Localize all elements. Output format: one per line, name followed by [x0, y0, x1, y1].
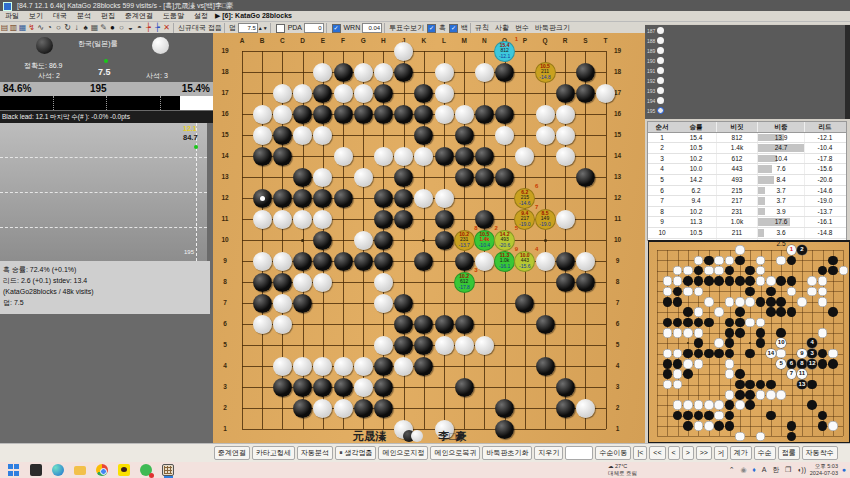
move-tree-item-192[interactable]: 192 [647, 76, 664, 86]
move-tree-item-187[interactable]: 187 [647, 26, 664, 36]
wrn-checkbox[interactable]: ✓ [332, 24, 341, 33]
candidate-move-Q18[interactable]: 10.5211-14.8 [535, 62, 556, 83]
bottom-button-9[interactable]: 수순이동 [595, 446, 631, 460]
mini-stone [745, 318, 755, 328]
menu-3[interactable]: 분석 [72, 12, 96, 19]
coord-number-left: 18 [219, 68, 231, 75]
volume-icon[interactable]: ◖)) [797, 462, 806, 478]
stone-black-M9[interactable] [455, 252, 474, 271]
stone-black-H4[interactable] [374, 357, 393, 376]
candidate-move-O19[interactable]: 15.4812-12.11 [494, 41, 515, 62]
stone-white-L18[interactable] [435, 63, 454, 82]
stone-black-S17[interactable] [576, 84, 595, 103]
stone-white-E11[interactable] [313, 210, 332, 229]
goban[interactable]: A1919B1818C1717D1616E1515F1414G1313H1212… [213, 33, 645, 443]
bottom-input[interactable] [565, 446, 593, 460]
coord-number-right: 2 [612, 404, 624, 411]
stone-black-B8[interactable] [253, 273, 272, 292]
stone-white-G10[interactable] [354, 231, 373, 250]
stone-black-D12[interactable] [293, 189, 312, 208]
stone-black-O13[interactable] [495, 168, 514, 187]
bottom-button-6[interactable]: 바둑판초기화 [482, 446, 532, 460]
pv-move-5: 5 [776, 359, 786, 369]
candidate-rank: 8 [474, 226, 477, 232]
edge-icon[interactable] [52, 464, 64, 476]
stone-white-L16[interactable] [435, 105, 454, 124]
clock[interactable]: 오후 5:032024-07-03 [810, 463, 838, 477]
kakaotalk-icon[interactable] [118, 464, 130, 476]
stone-black-H2[interactable] [374, 399, 393, 418]
move-tree-scrollbar[interactable] [845, 25, 850, 119]
stone-black-E16[interactable] [313, 105, 332, 124]
candidate-move-P12[interactable]: 6.2215-14.66 [514, 188, 535, 209]
stone-black-C8[interactable] [273, 273, 292, 292]
menu-1[interactable]: 보기 [24, 12, 48, 19]
move-tree-item-190[interactable]: 190 [647, 56, 664, 66]
mini-stone [776, 297, 786, 307]
stone-white-K14[interactable] [414, 147, 433, 166]
candidate-table[interactable]: 순서승률비짓비중리드115.481213.9-12.1210.51.4k24.7… [647, 121, 847, 241]
stone-white-S9[interactable] [576, 252, 595, 271]
stone-white-E8[interactable] [313, 273, 332, 292]
mini-stone [714, 307, 724, 317]
candidate-move-P9[interactable]: 10.0443-15.64 [514, 251, 535, 272]
stone-white-G13[interactable] [354, 168, 373, 187]
stone-white-O15[interactable] [495, 126, 514, 145]
stone-white-E15[interactable] [313, 126, 332, 145]
stone-black-S13[interactable] [576, 168, 595, 187]
stone-white-D11[interactable] [293, 210, 312, 229]
green-app-icon[interactable] [140, 464, 152, 476]
bottom-button-4[interactable]: 메인으로지정 [378, 446, 428, 460]
mini-stone [756, 338, 766, 348]
stone-white-N18[interactable] [475, 63, 494, 82]
bottom-button-11[interactable]: << [649, 446, 665, 460]
table-row[interactable]: 1010.52113.6-14.8 [648, 228, 846, 239]
weather-widget[interactable]: ☁ 27°C대체로 흐림 [608, 463, 637, 477]
stone-black-K15[interactable] [414, 126, 433, 145]
stone-black-M3[interactable] [455, 378, 474, 397]
toolbar-menu-0[interactable]: 규칙 [475, 24, 489, 31]
stone-white-B15[interactable] [253, 126, 272, 145]
stone-white-C17[interactable] [273, 84, 292, 103]
mini-stone [766, 390, 776, 400]
stone-white-H8[interactable] [374, 273, 393, 292]
stone-black-S18[interactable] [576, 63, 595, 82]
stone-black-F9[interactable] [334, 252, 353, 271]
stone-white-B11[interactable] [253, 210, 272, 229]
bottom-button-5[interactable]: 메인으로복귀 [430, 446, 480, 460]
wrn-label: WRN [344, 24, 361, 31]
table-row[interactable]: 310.261210.4-17.8 [648, 154, 846, 165]
coord-number-left: 19 [219, 47, 231, 54]
stone-black-K4[interactable] [414, 357, 433, 376]
stone-black-H12[interactable] [374, 189, 393, 208]
stone-white-C11[interactable] [273, 210, 292, 229]
stone-black-E12[interactable] [313, 189, 332, 208]
coord-number-right: 8 [612, 278, 624, 285]
mini-stone [776, 349, 786, 359]
right-panel: 187 188 189 190 191 192 193 194 195 순서승률… [645, 24, 850, 443]
stone-white-F4[interactable] [334, 357, 353, 376]
mini-stone [663, 328, 673, 338]
stone-black-J13[interactable] [394, 168, 413, 187]
mini-stone [663, 349, 673, 359]
mini-stone [807, 400, 817, 410]
mini-stone [673, 411, 683, 421]
menu-2[interactable]: 대국 [48, 12, 72, 19]
bottom-button-0[interactable]: 중계연결 [214, 446, 250, 460]
tray-app-icon[interactable]: ◉ [740, 462, 746, 478]
coord-number-right: 19 [612, 47, 624, 54]
mini-stone [766, 276, 776, 286]
stone-white-K12[interactable] [414, 189, 433, 208]
stone-black-E17[interactable] [313, 84, 332, 103]
stone-black-N16[interactable] [475, 105, 494, 124]
stone-white-P14[interactable] [515, 147, 534, 166]
white-votes-checkbox[interactable]: ✓ [449, 24, 458, 33]
coord-letter: N [478, 37, 490, 44]
mini-stone [745, 287, 755, 297]
stone-white-B16[interactable] [253, 105, 272, 124]
stone-black-S8[interactable] [576, 273, 595, 292]
mini-stone [714, 266, 724, 276]
stone-white-R16[interactable] [556, 105, 575, 124]
candidate-rank: 3 [474, 268, 477, 274]
candidate-move-M10[interactable]: 10.2231-13.78 [454, 230, 475, 251]
stone-black-N13[interactable] [475, 168, 494, 187]
stone-white-G4[interactable] [354, 357, 373, 376]
table-row[interactable]: 514.24938.4-20.6 [648, 175, 846, 186]
bottom-button-3[interactable]: ⏸ 생각멈춤 [335, 446, 376, 460]
stone-white-L12[interactable] [435, 189, 454, 208]
coord-number-right: 9 [612, 257, 624, 264]
candidate-rank: 1 [515, 37, 518, 43]
stone-black-O2[interactable] [495, 399, 514, 418]
mini-stone [756, 380, 766, 390]
stone-white-J4[interactable] [394, 357, 413, 376]
stone-black-Q6[interactable] [536, 315, 555, 334]
stone-black-L10[interactable] [435, 231, 454, 250]
stone-black-F16[interactable] [334, 105, 353, 124]
bottom-button-18[interactable]: 점룰 [778, 446, 800, 460]
stone-black-M6[interactable] [455, 315, 474, 334]
title-bar[interactable]: [84.7 12.1 6.4k] KataGo 28blocks 599 vis… [0, 0, 850, 11]
candidate-move-Q11[interactable]: 8.5149-19.0 [535, 209, 556, 230]
pv-move-9: 9 [797, 349, 807, 359]
stone-black-Q4[interactable] [536, 357, 555, 376]
start-button[interactable] [8, 464, 20, 476]
komi-input[interactable]: 7.5 [238, 23, 258, 33]
coord-number-right: 7 [612, 299, 624, 306]
mini-stone [673, 297, 683, 307]
stone-black-N14[interactable] [475, 147, 494, 166]
stone-white-D4[interactable] [293, 357, 312, 376]
stone-white-Q9[interactable] [536, 252, 555, 271]
menu-bar: 파일보기대국분석편집중계연결도움말설정 ▶ [6]: KataGo 28bloc… [0, 11, 850, 21]
mini-stone [745, 400, 755, 410]
stone-white-E18[interactable] [313, 63, 332, 82]
table-row[interactable]: 210.51.4k24.7-10.4 [648, 143, 846, 154]
stone-white-E4[interactable] [313, 357, 332, 376]
stone-black-K9[interactable] [414, 252, 433, 271]
stone-white-H7[interactable] [374, 294, 393, 313]
stone-white-E13[interactable] [313, 168, 332, 187]
stone-black-B12[interactable] [253, 189, 272, 208]
menu-5[interactable]: 중계연결 [120, 12, 158, 19]
stone-white-F17[interactable] [334, 84, 353, 103]
stone-white-R11[interactable] [556, 210, 575, 229]
stone-black-G9[interactable] [354, 252, 373, 271]
stone-white-S2[interactable] [576, 399, 595, 418]
menu-0[interactable]: 파일 [0, 12, 24, 19]
stone-black-D7[interactable] [293, 294, 312, 313]
mini-stone [673, 266, 683, 276]
black-votes-checkbox[interactable]: ✓ [427, 24, 436, 33]
toolbar-menu-2[interactable]: 변수 [515, 24, 529, 31]
candidate-rank: 2 [495, 226, 498, 232]
stone-black-G2[interactable] [354, 399, 373, 418]
move-tree-item-191[interactable]: 191 [647, 66, 664, 76]
candidate-move-O10[interactable]: 14.2493-20.65 [494, 230, 515, 251]
bottom-button-12[interactable]: < [668, 446, 680, 460]
stone-black-L11[interactable] [435, 210, 454, 229]
stone-white-J19[interactable] [394, 42, 413, 61]
stone-white-G3[interactable] [354, 378, 373, 397]
stone-black-D9[interactable] [293, 252, 312, 271]
stone-black-K17[interactable] [414, 84, 433, 103]
stone-black-M15[interactable] [455, 126, 474, 145]
stone-black-D2[interactable] [293, 399, 312, 418]
stone-black-J16[interactable] [394, 105, 413, 124]
stone-white-F14[interactable] [334, 147, 353, 166]
variation-board[interactable]: 1234567891011121314 [648, 240, 850, 444]
table-row[interactable]: 79.42173.7-19.0 [648, 196, 846, 207]
stone-black-E10[interactable] [313, 231, 332, 250]
stone-white-L17[interactable] [435, 84, 454, 103]
pda-checkbox[interactable] [276, 24, 285, 33]
move-number: 195 [90, 82, 107, 96]
stone-white-H14[interactable] [374, 147, 393, 166]
pda-input[interactable]: 0 [304, 23, 324, 33]
table-row[interactable]: 810.22313.9-13.7 [648, 207, 846, 218]
stone-white-G17[interactable] [354, 84, 373, 103]
bottom-button-16[interactable]: 계가 [730, 446, 752, 460]
mini-stone [694, 349, 704, 359]
bottom-button-1[interactable]: 카타고형세 [252, 446, 295, 460]
mini-stone [745, 266, 755, 276]
stone-black-K6[interactable] [414, 315, 433, 334]
coord-number-left: 3 [219, 383, 231, 390]
mini-stone [714, 411, 724, 421]
stone-white-E2[interactable] [313, 399, 332, 418]
stone-white-C7[interactable] [273, 294, 292, 313]
stone-white-T17[interactable] [596, 84, 615, 103]
stone-black-R9[interactable] [556, 252, 575, 271]
stone-white-B9[interactable] [253, 252, 272, 271]
stone-black-H3[interactable] [374, 378, 393, 397]
stone-black-K5[interactable] [414, 336, 433, 355]
bottom-button-2[interactable]: 자동분석 [297, 446, 333, 460]
stone-black-L14[interactable] [435, 147, 454, 166]
stone-white-D15[interactable] [293, 126, 312, 145]
coord-number-right: 10 [612, 236, 624, 243]
stone-black-H10[interactable] [374, 231, 393, 250]
stone-white-B6[interactable] [253, 315, 272, 334]
wrn-input[interactable]: 0.04 [362, 23, 382, 33]
stone-black-M14[interactable] [455, 147, 474, 166]
candidate-rank: 7 [535, 205, 538, 211]
mini-stone [663, 297, 673, 307]
stone-black-L6[interactable] [435, 315, 454, 334]
ime-ko-icon[interactable]: 한 [772, 462, 779, 478]
player-info: 한국(일본)룰 정확도: 86.9 7.5 사석: 2 사석: 3 [0, 33, 213, 82]
stone-white-L5[interactable] [435, 336, 454, 355]
mini-stone [807, 276, 817, 286]
baduk-app-icon[interactable] [162, 464, 174, 476]
stone-black-H16[interactable] [374, 105, 393, 124]
stone-black-R17[interactable] [556, 84, 575, 103]
engine-status[interactable]: ▶ [6]: KataGo 28blocks [215, 12, 292, 19]
stone-white-M16[interactable] [455, 105, 474, 124]
move-tree[interactable]: 187 188 189 190 191 192 193 194 195 [645, 25, 850, 119]
stone-black-H17[interactable] [374, 84, 393, 103]
bottom-button-14[interactable]: >> [696, 446, 712, 460]
candidate-move-O9[interactable]: 11.31.0k-16.19 [494, 251, 515, 272]
stone-white-R14[interactable] [556, 147, 575, 166]
fold-button[interactable]: 접음 [208, 24, 222, 31]
bottom-button-7[interactable]: 지우기 [534, 446, 563, 460]
stone-black-G16[interactable] [354, 105, 373, 124]
stone-black-H11[interactable] [374, 210, 393, 229]
mini-stone [725, 266, 735, 276]
stone-black-E9[interactable] [313, 252, 332, 271]
bottom-button-17[interactable]: 수순 [754, 446, 776, 460]
bottom-button-13[interactable]: > [682, 446, 694, 460]
bottom-button-10[interactable]: |< [633, 446, 647, 460]
stone-black-B14[interactable] [253, 147, 272, 166]
coord-number-left: 2 [219, 404, 231, 411]
file-explorer-icon[interactable] [74, 466, 86, 475]
menu-4[interactable]: 편집 [96, 12, 120, 19]
stone-black-F18[interactable] [334, 63, 353, 82]
stone-white-N5[interactable] [475, 336, 494, 355]
toolbar-menu-3[interactable]: 바둑판크기 [535, 24, 570, 31]
stone-black-R3[interactable] [556, 378, 575, 397]
stone-white-H5[interactable] [374, 336, 393, 355]
mini-stone [735, 432, 745, 442]
stone-white-Q16[interactable] [536, 105, 555, 124]
stone-black-J12[interactable] [394, 189, 413, 208]
move-tree-item-195[interactable]: 195 [647, 106, 664, 116]
stone-white-C4[interactable] [273, 357, 292, 376]
stone-black-J18[interactable] [394, 63, 413, 82]
stone-white-C9[interactable] [273, 252, 292, 271]
star-point [301, 239, 304, 242]
stone-black-P7[interactable] [515, 294, 534, 313]
stone-white-C6[interactable] [273, 315, 292, 334]
stone-black-R2[interactable] [556, 399, 575, 418]
mini-stone [694, 338, 704, 348]
stone-black-K16[interactable] [414, 105, 433, 124]
stone-black-C14[interactable] [273, 147, 292, 166]
move-tree-item-193[interactable]: 193 [647, 86, 664, 96]
bottom-button-19[interactable]: 자동착수 [802, 446, 838, 460]
mic-icon[interactable]: ♦ [752, 462, 756, 478]
stone-white-F2[interactable] [334, 399, 353, 418]
terminal-icon[interactable] [30, 464, 42, 476]
stone-black-J11[interactable] [394, 210, 413, 229]
table-row[interactable]: 410.04437.6-15.6 [648, 164, 846, 175]
stone-black-C12[interactable] [273, 189, 292, 208]
bottom-button-15[interactable]: >| [714, 446, 728, 460]
stone-white-D17[interactable] [293, 84, 312, 103]
pv-move-3: 3 [807, 349, 817, 359]
stone-black-D13[interactable] [293, 168, 312, 187]
black-player-name: 元晟溱 [353, 430, 386, 442]
stone-black-O16[interactable] [495, 105, 514, 124]
stone-black-J7[interactable] [394, 294, 413, 313]
notification-bell-icon[interactable]: ● [842, 462, 846, 478]
move-tree-item-189[interactable]: 189 [647, 46, 664, 56]
stone-black-D3[interactable] [293, 378, 312, 397]
stone-black-M13[interactable] [455, 168, 474, 187]
toolbar-menu-1[interactable]: 사활 [495, 24, 509, 31]
stone-black-F3[interactable] [334, 378, 353, 397]
stone-black-F12[interactable] [334, 189, 353, 208]
table-row[interactable]: 115.481213.9-12.1 [648, 133, 846, 144]
stone-white-J14[interactable] [394, 147, 413, 166]
coord-number-left: 9 [219, 257, 231, 264]
stone-white-R15[interactable] [556, 126, 575, 145]
stone-white-Q15[interactable] [536, 126, 555, 145]
move-tree-item-188[interactable]: 188 [647, 36, 664, 46]
ime-a-icon[interactable]: A [762, 462, 767, 478]
chrome-icon[interactable] [96, 464, 108, 476]
stone-black-E3[interactable] [313, 378, 332, 397]
candidate-move-M8[interactable]: 10.2612-17.83 [454, 272, 475, 293]
stone-black-H9[interactable] [374, 252, 393, 271]
move-tree-item-194[interactable]: 194 [647, 96, 664, 106]
stone-white-M5[interactable] [455, 336, 474, 355]
stone-black-C3[interactable] [273, 378, 292, 397]
table-row[interactable]: 66.22153.7-14.6 [648, 186, 846, 197]
winrate-graph[interactable]: 12.1 84.7 195 [0, 123, 207, 261]
mini-stone [694, 328, 704, 338]
stone-black-J6[interactable] [394, 315, 413, 334]
candidate-move-N10[interactable]: 10.51.4k-10.42 [474, 230, 495, 251]
tray-expand-icon[interactable]: ⌃ [729, 462, 735, 478]
new-game-button[interactable]: 신규대국 [178, 24, 206, 31]
table-row[interactable]: 911.31.0k17.6-16.1 [648, 217, 846, 228]
mini-stone [673, 287, 683, 297]
stone-black-O18[interactable] [495, 63, 514, 82]
stone-white-G18[interactable] [354, 63, 373, 82]
stone-black-C15[interactable] [273, 126, 292, 145]
stone-black-D16[interactable] [293, 105, 312, 124]
stone-white-D8[interactable] [293, 273, 312, 292]
stone-black-R8[interactable] [556, 273, 575, 292]
green-dot-icon [104, 59, 108, 63]
stone-white-C16[interactable] [273, 105, 292, 124]
display-icon[interactable]: ❐ [785, 462, 791, 478]
menu-7[interactable]: 설정 [189, 12, 213, 19]
menu-6[interactable]: 도움말 [158, 12, 189, 19]
mini-stone [683, 276, 693, 286]
stone-white-H18[interactable] [374, 63, 393, 82]
stone-black-J5[interactable] [394, 336, 413, 355]
stone-black-B7[interactable] [253, 294, 272, 313]
